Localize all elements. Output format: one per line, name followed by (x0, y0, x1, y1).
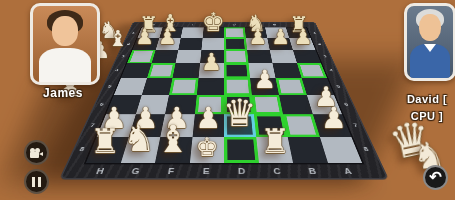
avatar-james (30, 3, 100, 85)
piece-white-pawn-e4[interactable]: ♟ (201, 52, 222, 76)
square-f4[interactable] (172, 63, 199, 78)
square-g4[interactable] (147, 63, 176, 78)
avatar-david (404, 3, 455, 81)
face (52, 16, 78, 46)
captured-bishop: ♝ (108, 28, 128, 50)
coord-label: C (259, 167, 296, 176)
player-name-right-line2: CPU ] (394, 110, 455, 122)
square-a3[interactable] (293, 50, 321, 63)
square-c3[interactable] (247, 50, 273, 63)
chess-3d-app: { "game": "chess", "app_background_color… (0, 0, 455, 200)
coord-label: A (329, 167, 368, 176)
player-name-left: James (18, 86, 108, 100)
pause-button[interactable] (24, 169, 49, 194)
square-g5[interactable] (141, 78, 172, 95)
piece-white-pawn-c5[interactable]: ♟ (254, 67, 277, 92)
square-f1[interactable] (181, 27, 204, 38)
square-a4[interactable] (297, 63, 327, 78)
piece-white-king-e1[interactable]: ♚ (202, 10, 225, 36)
coord-label: 3 (321, 50, 330, 63)
piece-black-king-e8[interactable]: ♚ (196, 135, 219, 160)
square-d8[interactable] (224, 137, 259, 163)
camera-button[interactable] (24, 140, 49, 165)
piece-white-pawn-a2[interactable]: ♟ (294, 27, 313, 48)
square-d3[interactable] (224, 50, 248, 63)
shirt (39, 48, 91, 82)
square-g3[interactable] (151, 50, 178, 63)
piece-white-pawn-g2[interactable]: ♟ (158, 27, 177, 48)
piece-black-pawn-a7[interactable]: ♟ (321, 104, 347, 133)
piece-black-bishop-f8[interactable]: ♝ (156, 121, 190, 158)
piece-black-knight-g8[interactable]: ♞ (123, 122, 155, 158)
undo-arrow-icon: ↶ (429, 169, 442, 184)
coord-label: B (294, 167, 332, 176)
camera-icon (30, 148, 43, 158)
coord-label: D (224, 23, 244, 25)
player-name-right-line1: David [ (394, 93, 455, 105)
piece-white-pawn-b2[interactable]: ♟ (271, 27, 290, 48)
coord-label: 3 (118, 50, 127, 63)
piece-white-pawn-h2[interactable]: ♟ (135, 27, 154, 48)
coord-label: G (117, 167, 155, 176)
square-d4[interactable] (224, 63, 250, 78)
piece-black-queen-d7[interactable]: ♛ (223, 95, 257, 133)
square-e5[interactable] (196, 78, 224, 95)
file-labels-near: HGFEDCBA (80, 164, 369, 178)
face (419, 14, 441, 41)
coord-label: F (152, 167, 189, 176)
piece-black-rook-h8[interactable]: ♜ (90, 124, 121, 158)
square-f2[interactable] (178, 38, 202, 50)
square-d1[interactable] (224, 27, 246, 38)
coord-label: H (81, 167, 120, 176)
square-f3[interactable] (176, 50, 202, 63)
piece-black-rook-c8[interactable]: ♜ (260, 124, 291, 158)
coord-label: D (224, 167, 260, 176)
coord-label: 2 (316, 38, 324, 50)
coord-label: E (188, 167, 224, 176)
coord-label: 4 (112, 63, 122, 78)
piece-white-pawn-c2[interactable]: ♟ (249, 27, 268, 48)
square-e2[interactable] (201, 38, 224, 50)
square-d2[interactable] (224, 38, 247, 50)
coord-label: 7 (349, 114, 363, 136)
undo-button[interactable]: ↶ (423, 165, 448, 190)
coord-label: 4 (326, 63, 336, 78)
piece-black-pawn-e7[interactable]: ♟ (195, 104, 221, 133)
square-f5[interactable] (169, 78, 198, 95)
pause-icon (32, 177, 41, 187)
